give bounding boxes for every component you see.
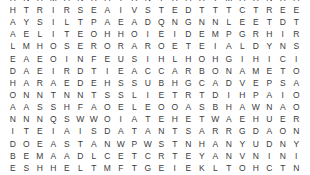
grid-cell-r9-c1[interactable]: A: [20, 101, 34, 113]
grid-cell-r7-c19[interactable]: P: [263, 77, 277, 89]
grid-cell-r4-c7[interactable]: O: [101, 41, 115, 53]
grid-cell-r8-c10[interactable]: I: [141, 89, 155, 101]
grid-cell-r8-c14[interactable]: T: [195, 89, 209, 101]
grid-cell-r11-c8[interactable]: A: [114, 126, 128, 138]
grid-cell-r10-c20[interactable]: E: [276, 113, 290, 125]
grid-cell-r1-c18[interactable]: T: [249, 4, 263, 16]
grid-cell-r13-c10[interactable]: C: [141, 150, 155, 162]
grid-cell-r7-c5[interactable]: D: [74, 77, 88, 89]
grid-cell-r7-c13[interactable]: G: [182, 77, 196, 89]
grid-cell-r11-c7[interactable]: D: [101, 126, 115, 138]
grid-cell-r2-c21[interactable]: T: [290, 16, 304, 28]
grid-cell-r12-c12[interactable]: T: [168, 138, 182, 150]
grid-cell-r3-c9[interactable]: O: [128, 28, 142, 40]
grid-cell-r7-c21[interactable]: A: [290, 77, 304, 89]
grid-cell-r8-c4[interactable]: N: [60, 89, 74, 101]
grid-cell-r5-c17[interactable]: I: [236, 53, 250, 65]
grid-cell-r11-c10[interactable]: A: [141, 126, 155, 138]
grid-cell-r8-c17[interactable]: H: [236, 89, 250, 101]
grid-cell-r12-c7[interactable]: N: [101, 138, 115, 150]
grid-cell-r4-c13[interactable]: T: [182, 41, 196, 53]
grid-cell-r12-c8[interactable]: W: [114, 138, 128, 150]
grid-cell-r6-c14[interactable]: B: [195, 65, 209, 77]
grid-cell-r5-c14[interactable]: O: [195, 53, 209, 65]
grid-cell-r10-c3[interactable]: Q: [47, 113, 61, 125]
grid-cell-r4-c4[interactable]: S: [60, 41, 74, 53]
grid-cell-r3-c13[interactable]: D: [182, 28, 196, 40]
grid-cell-r1-c13[interactable]: D: [182, 4, 196, 16]
grid-cell-r5-c4[interactable]: I: [60, 53, 74, 65]
grid-cell-r12-c0[interactable]: D: [6, 138, 20, 150]
grid-cell-r10-c4[interactable]: S: [60, 113, 74, 125]
grid-cell-r6-c4[interactable]: R: [60, 65, 74, 77]
grid-cell-r10-c0[interactable]: N: [6, 113, 20, 125]
grid-cell-r9-c7[interactable]: O: [101, 101, 115, 113]
grid-cell-r11-c16[interactable]: R: [222, 126, 236, 138]
grid-cell-r1-c9[interactable]: V: [128, 4, 142, 16]
grid-cell-r2-c18[interactable]: E: [249, 16, 263, 28]
grid-cell-r2-c3[interactable]: I: [47, 16, 61, 28]
grid-cell-r7-c8[interactable]: S: [114, 77, 128, 89]
grid-cell-r2-c6[interactable]: P: [87, 16, 101, 28]
grid-cell-r14-c18[interactable]: H: [249, 162, 263, 174]
grid-cell-r5-c0[interactable]: E: [6, 53, 20, 65]
grid-cell-r4-c8[interactable]: R: [114, 41, 128, 53]
grid-cell-r2-c9[interactable]: A: [128, 16, 142, 28]
grid-cell-r12-c3[interactable]: A: [47, 138, 61, 150]
grid-cell-r2-c16[interactable]: L: [222, 16, 236, 28]
grid-cell-r5-c6[interactable]: F: [87, 53, 101, 65]
grid-cell-r10-c13[interactable]: E: [182, 113, 196, 125]
grid-cell-r9-c17[interactable]: A: [236, 101, 250, 113]
grid-cell-r8-c3[interactable]: T: [47, 89, 61, 101]
grid-cell-r10-c7[interactable]: O: [101, 113, 115, 125]
grid-cell-r3-c16[interactable]: P: [222, 28, 236, 40]
grid-cell-r3-c5[interactable]: E: [74, 28, 88, 40]
grid-cell-r8-c18[interactable]: P: [249, 89, 263, 101]
grid-cell-r6-c1[interactable]: A: [20, 65, 34, 77]
grid-cell-r10-c6[interactable]: W: [87, 113, 101, 125]
grid-cell-r1-c20[interactable]: E: [276, 4, 290, 16]
grid-cell-r14-c16[interactable]: T: [222, 162, 236, 174]
grid-cell-r13-c4[interactable]: A: [60, 150, 74, 162]
grid-cell-r13-c7[interactable]: C: [101, 150, 115, 162]
grid-cell-r3-c12[interactable]: I: [168, 28, 182, 40]
grid-cell-r5-c15[interactable]: H: [209, 53, 223, 65]
grid-cell-r14-c14[interactable]: K: [195, 162, 209, 174]
grid-cell-r14-c7[interactable]: M: [101, 162, 115, 174]
grid-cell-r3-c14[interactable]: E: [195, 28, 209, 40]
grid-cell-r8-c20[interactable]: I: [276, 89, 290, 101]
grid-cell-r5-c21[interactable]: I: [290, 53, 304, 65]
grid-cell-r6-c21[interactable]: O: [290, 65, 304, 77]
grid-cell-r5-c18[interactable]: H: [249, 53, 263, 65]
grid-cell-r3-c21[interactable]: R: [290, 28, 304, 40]
grid-cell-r10-c21[interactable]: R: [290, 113, 304, 125]
grid-cell-r6-c13[interactable]: R: [182, 65, 196, 77]
grid-cell-r12-c13[interactable]: N: [182, 138, 196, 150]
grid-cell-r2-c11[interactable]: Q: [155, 16, 169, 28]
grid-cell-r14-c13[interactable]: E: [182, 162, 196, 174]
grid-cell-r3-c8[interactable]: H: [114, 28, 128, 40]
grid-cell-r5-c5[interactable]: N: [74, 53, 88, 65]
grid-cell-r14-c15[interactable]: L: [209, 162, 223, 174]
grid-cell-r4-c0[interactable]: L: [6, 41, 20, 53]
grid-cell-r6-c15[interactable]: O: [209, 65, 223, 77]
grid-cell-r13-c16[interactable]: N: [222, 150, 236, 162]
grid-cell-r5-c3[interactable]: O: [47, 53, 61, 65]
grid-cell-r4-c21[interactable]: S: [290, 41, 304, 53]
grid-cell-r12-c15[interactable]: A: [209, 138, 223, 150]
grid-cell-r13-c9[interactable]: T: [128, 150, 142, 162]
grid-cell-r2-c17[interactable]: E: [236, 16, 250, 28]
grid-cell-r14-c20[interactable]: T: [276, 162, 290, 174]
grid-cell-r2-c14[interactable]: N: [195, 16, 209, 28]
grid-cell-r5-c10[interactable]: I: [141, 53, 155, 65]
grid-cell-r7-c10[interactable]: U: [141, 77, 155, 89]
grid-cell-r3-c20[interactable]: I: [276, 28, 290, 40]
grid-cell-r9-c3[interactable]: S: [47, 101, 61, 113]
grid-cell-r7-c11[interactable]: B: [155, 77, 169, 89]
grid-cell-r13-c20[interactable]: N: [276, 150, 290, 162]
grid-cell-r8-c1[interactable]: N: [20, 89, 34, 101]
grid-cell-r1-c8[interactable]: I: [114, 4, 128, 16]
grid-cell-r14-c8[interactable]: F: [114, 162, 128, 174]
grid-cell-r5-c16[interactable]: G: [222, 53, 236, 65]
grid-cell-r12-c9[interactable]: P: [128, 138, 142, 150]
grid-cell-r1-c7[interactable]: A: [101, 4, 115, 16]
grid-cell-r10-c1[interactable]: N: [20, 113, 34, 125]
grid-cell-r11-c12[interactable]: T: [168, 126, 182, 138]
grid-cell-r6-c9[interactable]: A: [128, 65, 142, 77]
grid-cell-r10-c8[interactable]: I: [114, 113, 128, 125]
grid-cell-r4-c12[interactable]: E: [168, 41, 182, 53]
grid-cell-r7-c6[interactable]: E: [87, 77, 101, 89]
grid-cell-r11-c14[interactable]: A: [195, 126, 209, 138]
grid-cell-r13-c13[interactable]: E: [182, 150, 196, 162]
grid-cell-r14-c9[interactable]: T: [128, 162, 142, 174]
grid-cell-r7-c16[interactable]: D: [222, 77, 236, 89]
grid-cell-r1-c12[interactable]: E: [168, 4, 182, 16]
grid-cell-r8-c2[interactable]: N: [33, 89, 47, 101]
grid-cell-r9-c4[interactable]: H: [60, 101, 74, 113]
grid-cell-r13-c11[interactable]: R: [155, 150, 169, 162]
grid-cell-r13-c21[interactable]: I: [290, 150, 304, 162]
grid-cell-r2-c12[interactable]: N: [168, 16, 182, 28]
grid-cell-r3-c2[interactable]: L: [33, 28, 47, 40]
grid-cell-r2-c15[interactable]: N: [209, 16, 223, 28]
grid-cell-r14-c0[interactable]: E: [6, 162, 20, 174]
grid-cell-r8-c13[interactable]: R: [182, 89, 196, 101]
grid-cell-r10-c10[interactable]: T: [141, 113, 155, 125]
grid-cell-r11-c17[interactable]: G: [236, 126, 250, 138]
grid-cell-r9-c21[interactable]: O: [290, 101, 304, 113]
grid-cell-r9-c15[interactable]: B: [209, 101, 223, 113]
grid-cell-r4-c3[interactable]: O: [47, 41, 61, 53]
grid-cell-r14-c1[interactable]: S: [20, 162, 34, 174]
grid-cell-r2-c5[interactable]: T: [74, 16, 88, 28]
grid-cell-r7-c2[interactable]: R: [33, 77, 47, 89]
grid-cell-r4-c10[interactable]: R: [141, 41, 155, 53]
grid-cell-r13-c2[interactable]: M: [33, 150, 47, 162]
grid-cell-r3-c1[interactable]: E: [20, 28, 34, 40]
grid-cell-r11-c9[interactable]: T: [128, 126, 142, 138]
grid-cell-r1-c11[interactable]: T: [155, 4, 169, 16]
grid-cell-r1-c10[interactable]: S: [141, 4, 155, 16]
grid-cell-r4-c14[interactable]: E: [195, 41, 209, 53]
grid-cell-r10-c19[interactable]: U: [263, 113, 277, 125]
grid-cell-r9-c16[interactable]: H: [222, 101, 236, 113]
grid-cell-r7-c20[interactable]: S: [276, 77, 290, 89]
grid-cell-r2-c0[interactable]: A: [6, 16, 20, 28]
grid-cell-r11-c2[interactable]: E: [33, 126, 47, 138]
grid-cell-r12-c21[interactable]: Y: [290, 138, 304, 150]
grid-cell-r1-c16[interactable]: T: [222, 4, 236, 16]
grid-cell-r6-c11[interactable]: C: [155, 65, 169, 77]
grid-cell-r14-c2[interactable]: H: [33, 162, 47, 174]
grid-cell-r4-c17[interactable]: L: [236, 41, 250, 53]
grid-cell-r2-c7[interactable]: A: [101, 16, 115, 28]
grid-cell-r11-c15[interactable]: R: [209, 126, 223, 138]
grid-cell-r8-c6[interactable]: T: [87, 89, 101, 101]
grid-cell-r14-c21[interactable]: N: [290, 162, 304, 174]
grid-cell-r5-c20[interactable]: C: [276, 53, 290, 65]
grid-cell-r1-c6[interactable]: E: [87, 4, 101, 16]
grid-cell-r5-c11[interactable]: H: [155, 53, 169, 65]
grid-cell-r7-c12[interactable]: H: [168, 77, 182, 89]
grid-cell-r6-c18[interactable]: M: [249, 65, 263, 77]
grid-cell-r13-c18[interactable]: N: [249, 150, 263, 162]
grid-cell-r8-c0[interactable]: O: [6, 89, 20, 101]
grid-cell-r7-c14[interactable]: C: [195, 77, 209, 89]
grid-cell-r4-c11[interactable]: O: [155, 41, 169, 53]
grid-cell-r6-c6[interactable]: T: [87, 65, 101, 77]
grid-cell-r4-c19[interactable]: Y: [263, 41, 277, 53]
grid-cell-r12-c2[interactable]: E: [33, 138, 47, 150]
grid-cell-r3-c3[interactable]: I: [47, 28, 61, 40]
grid-cell-r14-c4[interactable]: E: [60, 162, 74, 174]
grid-cell-r12-c6[interactable]: A: [87, 138, 101, 150]
grid-cell-r10-c15[interactable]: W: [209, 113, 223, 125]
grid-cell-r13-c5[interactable]: D: [74, 150, 88, 162]
grid-cell-r13-c3[interactable]: A: [47, 150, 61, 162]
grid-cell-r1-c15[interactable]: T: [209, 4, 223, 16]
grid-cell-r11-c0[interactable]: I: [6, 126, 20, 138]
grid-cell-r6-c3[interactable]: I: [47, 65, 61, 77]
grid-cell-r9-c20[interactable]: A: [276, 101, 290, 113]
grid-cell-r1-c4[interactable]: R: [60, 4, 74, 16]
grid-cell-r9-c5[interactable]: F: [74, 101, 88, 113]
grid-cell-r12-c16[interactable]: N: [222, 138, 236, 150]
grid-cell-r7-c15[interactable]: A: [209, 77, 223, 89]
grid-cell-r12-c19[interactable]: D: [263, 138, 277, 150]
grid-cell-r9-c12[interactable]: O: [168, 101, 182, 113]
grid-cell-r12-c5[interactable]: T: [74, 138, 88, 150]
grid-cell-r13-c8[interactable]: E: [114, 150, 128, 162]
grid-cell-r7-c0[interactable]: H: [6, 77, 20, 89]
grid-cell-r9-c9[interactable]: L: [128, 101, 142, 113]
grid-cell-r6-c5[interactable]: D: [74, 65, 88, 77]
grid-cell-r9-c8[interactable]: E: [114, 101, 128, 113]
grid-cell-r9-c11[interactable]: O: [155, 101, 169, 113]
grid-cell-r8-c12[interactable]: T: [168, 89, 182, 101]
grid-cell-r9-c0[interactable]: A: [6, 101, 20, 113]
grid-cell-r3-c11[interactable]: E: [155, 28, 169, 40]
grid-cell-r1-c14[interactable]: T: [195, 4, 209, 16]
grid-cell-r3-c0[interactable]: A: [6, 28, 20, 40]
grid-cell-r8-c19[interactable]: A: [263, 89, 277, 101]
grid-cell-r4-c9[interactable]: A: [128, 41, 142, 53]
grid-cell-r3-c10[interactable]: I: [141, 28, 155, 40]
grid-cell-r7-c17[interactable]: V: [236, 77, 250, 89]
grid-cell-r10-c5[interactable]: W: [74, 113, 88, 125]
grid-cell-r3-c4[interactable]: T: [60, 28, 74, 40]
grid-cell-r14-c6[interactable]: T: [87, 162, 101, 174]
grid-cell-r11-c11[interactable]: N: [155, 126, 169, 138]
grid-cell-r11-c13[interactable]: S: [182, 126, 196, 138]
grid-cell-r8-c7[interactable]: S: [101, 89, 115, 101]
grid-cell-r5-c13[interactable]: H: [182, 53, 196, 65]
grid-cell-r3-c7[interactable]: H: [101, 28, 115, 40]
grid-cell-r12-c10[interactable]: W: [141, 138, 155, 150]
grid-cell-r11-c3[interactable]: I: [47, 126, 61, 138]
grid-cell-r9-c6[interactable]: A: [87, 101, 101, 113]
grid-cell-r4-c16[interactable]: A: [222, 41, 236, 53]
grid-cell-r4-c2[interactable]: H: [33, 41, 47, 53]
grid-cell-r12-c14[interactable]: H: [195, 138, 209, 150]
grid-cell-r5-c7[interactable]: E: [101, 53, 115, 65]
grid-cell-r7-c3[interactable]: A: [47, 77, 61, 89]
grid-cell-r13-c14[interactable]: Y: [195, 150, 209, 162]
grid-cell-r11-c20[interactable]: O: [276, 126, 290, 138]
grid-cell-r11-c1[interactable]: T: [20, 126, 34, 138]
grid-cell-r6-c0[interactable]: D: [6, 65, 20, 77]
grid-cell-r13-c15[interactable]: A: [209, 150, 223, 162]
grid-cell-r10-c11[interactable]: E: [155, 113, 169, 125]
grid-cell-r6-c10[interactable]: C: [141, 65, 155, 77]
grid-cell-r9-c19[interactable]: N: [263, 101, 277, 113]
grid-cell-r3-c18[interactable]: R: [249, 28, 263, 40]
grid-cell-r11-c6[interactable]: S: [87, 126, 101, 138]
grid-cell-r5-c19[interactable]: I: [263, 53, 277, 65]
grid-cell-r1-c3[interactable]: I: [47, 4, 61, 16]
grid-cell-r4-c15[interactable]: I: [209, 41, 223, 53]
grid-cell-r12-c11[interactable]: S: [155, 138, 169, 150]
grid-cell-r8-c16[interactable]: I: [222, 89, 236, 101]
grid-cell-r1-c17[interactable]: C: [236, 4, 250, 16]
grid-cell-r5-c2[interactable]: E: [33, 53, 47, 65]
grid-cell-r2-c4[interactable]: L: [60, 16, 74, 28]
grid-cell-r13-c12[interactable]: T: [168, 150, 182, 162]
grid-cell-r4-c1[interactable]: M: [20, 41, 34, 53]
grid-cell-r4-c18[interactable]: D: [249, 41, 263, 53]
grid-cell-r8-c11[interactable]: E: [155, 89, 169, 101]
grid-cell-r14-c5[interactable]: L: [74, 162, 88, 174]
grid-cell-r11-c4[interactable]: A: [60, 126, 74, 138]
grid-cell-r7-c7[interactable]: H: [101, 77, 115, 89]
grid-cell-r12-c18[interactable]: U: [249, 138, 263, 150]
grid-cell-r14-c12[interactable]: I: [168, 162, 182, 174]
grid-cell-r8-c21[interactable]: O: [290, 89, 304, 101]
grid-cell-r9-c18[interactable]: W: [249, 101, 263, 113]
grid-cell-r14-c11[interactable]: E: [155, 162, 169, 174]
grid-cell-r12-c1[interactable]: O: [20, 138, 34, 150]
grid-cell-r8-c15[interactable]: D: [209, 89, 223, 101]
grid-cell-r3-c19[interactable]: H: [263, 28, 277, 40]
grid-cell-r10-c16[interactable]: A: [222, 113, 236, 125]
grid-cell-r9-c10[interactable]: E: [141, 101, 155, 113]
grid-cell-r13-c19[interactable]: I: [263, 150, 277, 162]
grid-cell-r13-c1[interactable]: E: [20, 150, 34, 162]
grid-cell-r4-c6[interactable]: R: [87, 41, 101, 53]
grid-cell-r6-c7[interactable]: I: [101, 65, 115, 77]
grid-cell-r11-c18[interactable]: D: [249, 126, 263, 138]
grid-cell-r10-c18[interactable]: H: [249, 113, 263, 125]
grid-cell-r4-c20[interactable]: N: [276, 41, 290, 53]
grid-cell-r2-c1[interactable]: Y: [20, 16, 34, 28]
grid-cell-r7-c1[interactable]: A: [20, 77, 34, 89]
grid-cell-r14-c3[interactable]: H: [47, 162, 61, 174]
grid-cell-r1-c1[interactable]: T: [20, 4, 34, 16]
grid-cell-r1-c5[interactable]: S: [74, 4, 88, 16]
grid-cell-r1-c21[interactable]: E: [290, 4, 304, 16]
grid-cell-r10-c14[interactable]: T: [195, 113, 209, 125]
grid-cell-r5-c9[interactable]: S: [128, 53, 142, 65]
grid-cell-r11-c5[interactable]: I: [74, 126, 88, 138]
grid-cell-r10-c2[interactable]: N: [33, 113, 47, 125]
grid-cell-r9-c2[interactable]: S: [33, 101, 47, 113]
grid-cell-r14-c19[interactable]: C: [263, 162, 277, 174]
grid-cell-r8-c9[interactable]: L: [128, 89, 142, 101]
grid-cell-r5-c8[interactable]: U: [114, 53, 128, 65]
grid-cell-r3-c15[interactable]: M: [209, 28, 223, 40]
grid-cell-r8-c8[interactable]: S: [114, 89, 128, 101]
grid-cell-r7-c9[interactable]: S: [128, 77, 142, 89]
grid-cell-r5-c1[interactable]: A: [20, 53, 34, 65]
grid-cell-r4-c5[interactable]: E: [74, 41, 88, 53]
grid-cell-r1-c2[interactable]: R: [33, 4, 47, 16]
grid-cell-r8-c5[interactable]: N: [74, 89, 88, 101]
grid-cell-r2-c8[interactable]: E: [114, 16, 128, 28]
grid-cell-r10-c9[interactable]: A: [128, 113, 142, 125]
grid-cell-r7-c4[interactable]: E: [60, 77, 74, 89]
grid-cell-r10-c12[interactable]: H: [168, 113, 182, 125]
grid-cell-r12-c4[interactable]: S: [60, 138, 74, 150]
grid-cell-r12-c20[interactable]: N: [276, 138, 290, 150]
grid-cell-r6-c8[interactable]: E: [114, 65, 128, 77]
grid-cell-r14-c10[interactable]: G: [141, 162, 155, 174]
grid-cell-r2-c20[interactable]: D: [276, 16, 290, 28]
grid-cell-r11-c21[interactable]: N: [290, 126, 304, 138]
grid-cell-r7-c18[interactable]: E: [249, 77, 263, 89]
grid-cell-r10-c17[interactable]: E: [236, 113, 250, 125]
grid-cell-r13-c0[interactable]: B: [6, 150, 20, 162]
grid-cell-r12-c17[interactable]: Y: [236, 138, 250, 150]
grid-cell-r6-c12[interactable]: A: [168, 65, 182, 77]
grid-cell-r5-c12[interactable]: L: [168, 53, 182, 65]
grid-cell-r2-c19[interactable]: T: [263, 16, 277, 28]
grid-cell-r1-c0[interactable]: H: [6, 4, 20, 16]
grid-cell-r9-c14[interactable]: S: [195, 101, 209, 113]
grid-cell-r11-c19[interactable]: A: [263, 126, 277, 138]
grid-cell-r6-c20[interactable]: T: [276, 65, 290, 77]
grid-cell-r13-c17[interactable]: V: [236, 150, 250, 162]
grid-cell-r13-c6[interactable]: L: [87, 150, 101, 162]
grid-cell-r14-c17[interactable]: O: [236, 162, 250, 174]
grid-cell-r9-c13[interactable]: A: [182, 101, 196, 113]
grid-cell-r3-c6[interactable]: O: [87, 28, 101, 40]
grid-cell-r6-c19[interactable]: E: [263, 65, 277, 77]
